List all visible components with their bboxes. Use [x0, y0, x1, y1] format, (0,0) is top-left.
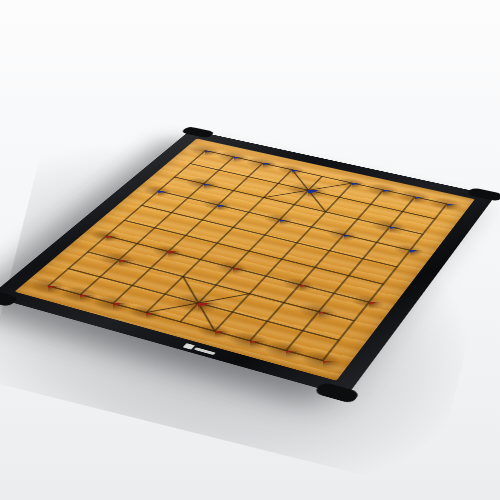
- piece-body: 包: [192, 162, 215, 186]
- piece-character: 卒: [154, 175, 163, 184]
- piece-body: 卒: [149, 172, 169, 193]
- product-photo-scene: 車馬象士士象馬車楚包包卒卒卒卒卒兵兵兵兵兵包包漢車馬象士士象馬車: [0, 0, 500, 500]
- piece-character: 象: [257, 145, 268, 155]
- piece-body: 象: [236, 314, 264, 343]
- piece-top-face: 兵: [358, 281, 380, 299]
- piece-body: 卒: [270, 200, 290, 221]
- piece-body: 士: [203, 309, 226, 333]
- piece-character: 包: [113, 240, 125, 251]
- piece-character: 包: [312, 290, 325, 302]
- piece-character: 士: [209, 313, 220, 323]
- piece-character: 卒: [213, 189, 222, 198]
- piece-character: 卒: [275, 204, 284, 213]
- piece-body: 卒: [208, 186, 228, 207]
- piece-body: 馬: [67, 269, 94, 297]
- piece-top-face: 象: [251, 142, 274, 160]
- piece-body: 包: [106, 236, 132, 263]
- piece-top-face: 車: [308, 333, 337, 356]
- piece-body: 包: [377, 203, 402, 229]
- piece-body: 象: [100, 278, 127, 306]
- piece-body: 包: [305, 286, 332, 314]
- piece-character: 馬: [229, 139, 239, 149]
- piece-body: 漢: [182, 272, 215, 306]
- piece-body: 兵: [222, 247, 244, 269]
- piece-top-face: 車: [435, 181, 459, 200]
- piece-top-face: 士: [135, 291, 158, 309]
- piece-body: 兵: [289, 264, 311, 287]
- piece-top-face: 卒: [399, 230, 420, 247]
- piece-character: 車: [316, 338, 329, 351]
- piece-character: 漢: [191, 277, 206, 291]
- piece-character: 象: [107, 282, 119, 294]
- piece-body: 象: [371, 168, 395, 193]
- piece-body: 馬: [222, 135, 245, 159]
- piece-body: 兵: [96, 216, 117, 238]
- piece-body: 車: [308, 333, 337, 363]
- piece-top-face: 楚: [294, 163, 323, 186]
- piece-top-face: 卒: [149, 172, 169, 188]
- piece-character: 兵: [102, 219, 112, 228]
- piece-character: 卒: [339, 218, 349, 227]
- piece-character: 兵: [295, 267, 305, 277]
- piece-character: 象: [378, 171, 389, 181]
- piece-body: 車: [194, 129, 217, 152]
- piece-body: 士: [343, 165, 363, 185]
- piece-body: 車: [435, 181, 459, 206]
- piece-top-face: 兵: [158, 231, 179, 248]
- piece-character: 士: [348, 168, 357, 177]
- piece-body: 馬: [272, 324, 300, 354]
- piece-body: 車: [35, 261, 62, 289]
- piece-body: 卒: [399, 230, 420, 252]
- brand-logo-text-mark: [194, 347, 216, 355]
- piece-character: 兵: [164, 235, 174, 244]
- piece-body: 兵: [358, 281, 380, 304]
- piece-body: 馬: [403, 174, 427, 199]
- piece-body: 兵: [158, 231, 179, 253]
- piece-top-face: 卒: [270, 200, 290, 216]
- piece-top-face: 卒: [208, 186, 228, 202]
- piece-character: 兵: [228, 251, 238, 261]
- piece-body: 士: [135, 291, 158, 315]
- piece-character: 士: [141, 295, 151, 305]
- piece-character: 車: [200, 133, 210, 143]
- brand-logo-icon: [183, 343, 195, 349]
- piece-body: 楚: [294, 163, 323, 193]
- piece-character: 包: [384, 207, 395, 218]
- piece-character: 包: [198, 165, 209, 175]
- piece-top-face: 士: [343, 165, 363, 180]
- piece-character: 象: [244, 319, 257, 331]
- piece-top-face: 兵: [289, 264, 311, 281]
- piece-character: 士: [288, 155, 297, 164]
- piece-top-face: 兵: [96, 216, 117, 232]
- piece-character: 車: [42, 265, 54, 277]
- piece-character: 車: [441, 185, 452, 196]
- piece-top-face: 士: [203, 309, 226, 327]
- piece-top-face: 兵: [222, 247, 244, 264]
- piece-character: 兵: [364, 285, 374, 295]
- piece-character: 楚: [302, 168, 315, 181]
- piece-top-face: 卒: [333, 215, 354, 231]
- piece-character: 卒: [405, 234, 415, 243]
- piece-body: 象: [251, 142, 274, 166]
- piece-character: 馬: [409, 178, 420, 189]
- piece-character: 馬: [74, 274, 86, 286]
- piece-character: 馬: [280, 328, 293, 341]
- piece-body: 卒: [333, 215, 354, 237]
- piece-top-face: 漢: [182, 272, 215, 298]
